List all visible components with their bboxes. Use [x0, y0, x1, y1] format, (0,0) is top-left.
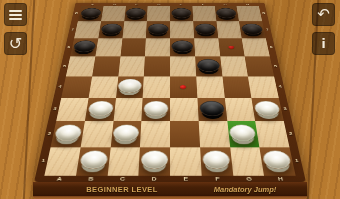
- square-H5[interactable]: [245, 56, 274, 76]
- board-front-face: BEGINNER LEVEL Mandatory Jump!: [33, 182, 307, 199]
- square-D4[interactable]: [143, 76, 170, 98]
- undo-button[interactable]: ↶: [312, 3, 335, 26]
- square-C8[interactable]: [124, 6, 148, 22]
- square-H6[interactable]: [242, 38, 270, 56]
- square-F1[interactable]: [200, 147, 233, 176]
- square-D2[interactable]: [140, 121, 170, 147]
- square-B1[interactable]: [76, 147, 111, 176]
- square-C7[interactable]: [122, 21, 147, 38]
- white-piece-H1[interactable]: [262, 151, 292, 169]
- square-C4[interactable]: [116, 76, 144, 98]
- square-E2[interactable]: [170, 121, 200, 147]
- square-A1[interactable]: [44, 147, 80, 176]
- square-B8[interactable]: [101, 6, 126, 22]
- square-D1[interactable]: [139, 147, 170, 176]
- square-E4[interactable]: [170, 76, 197, 98]
- square-A5[interactable]: [66, 56, 95, 76]
- square-F3[interactable]: [197, 98, 227, 122]
- square-G4[interactable]: [222, 76, 252, 98]
- white-piece-F1[interactable]: [202, 151, 230, 169]
- square-D7[interactable]: [146, 21, 170, 38]
- square-E8[interactable]: [170, 6, 193, 22]
- square-H1[interactable]: [260, 147, 296, 176]
- black-piece-A6[interactable]: [73, 41, 97, 53]
- square-D6[interactable]: [145, 38, 170, 56]
- square-C3[interactable]: [113, 98, 143, 122]
- square-G2[interactable]: [227, 121, 260, 147]
- white-piece-B3[interactable]: [87, 101, 114, 116]
- white-piece-A2[interactable]: [54, 125, 83, 142]
- white-piece-D3[interactable]: [143, 101, 168, 116]
- restart-button[interactable]: ↺: [4, 32, 27, 55]
- square-E5[interactable]: [170, 56, 196, 76]
- menu-button[interactable]: [4, 3, 27, 26]
- square-G6[interactable]: [218, 38, 245, 56]
- square-F7[interactable]: [193, 21, 218, 38]
- white-piece-D1[interactable]: [141, 151, 168, 169]
- square-G8[interactable]: [214, 6, 239, 22]
- move-marker-G6: [228, 46, 234, 49]
- square-B7[interactable]: [98, 21, 124, 38]
- black-piece-F5[interactable]: [197, 59, 220, 72]
- white-piece-G2[interactable]: [229, 125, 257, 142]
- square-E7[interactable]: [170, 21, 194, 38]
- square-G3[interactable]: [224, 98, 255, 122]
- black-piece-E8[interactable]: [171, 8, 191, 18]
- square-E6[interactable]: [170, 38, 195, 56]
- board-frame: ABCDEFGH ABCDEFGH 87654321 87654321: [34, 3, 306, 182]
- square-D3[interactable]: [142, 98, 170, 122]
- black-piece-F7[interactable]: [195, 24, 217, 35]
- square-A3[interactable]: [56, 98, 88, 122]
- square-F4[interactable]: [196, 76, 224, 98]
- black-piece-B7[interactable]: [100, 24, 122, 35]
- square-A4[interactable]: [61, 76, 92, 98]
- square-F8[interactable]: [192, 6, 216, 22]
- restart-icon: ↺: [9, 36, 22, 52]
- info-icon: i: [321, 38, 325, 50]
- hamburger-icon: [9, 10, 22, 12]
- square-F5[interactable]: [195, 56, 222, 76]
- square-A2[interactable]: [51, 121, 85, 147]
- undo-icon: ↶: [317, 7, 330, 22]
- square-E3[interactable]: [170, 98, 198, 122]
- square-E1[interactable]: [170, 147, 201, 176]
- board-grid: [44, 6, 295, 176]
- wood-plank-seam: [306, 0, 320, 199]
- square-G7[interactable]: [216, 21, 242, 38]
- square-B5[interactable]: [92, 56, 120, 76]
- square-C6[interactable]: [120, 38, 146, 56]
- square-H8[interactable]: [237, 6, 263, 22]
- white-piece-C4[interactable]: [118, 79, 143, 93]
- move-marker-E4: [180, 85, 186, 88]
- black-piece-H7[interactable]: [241, 24, 264, 35]
- black-piece-G8[interactable]: [216, 8, 237, 18]
- square-G5[interactable]: [220, 56, 248, 76]
- white-piece-H3[interactable]: [254, 101, 281, 116]
- black-piece-D7[interactable]: [148, 24, 169, 35]
- square-D8[interactable]: [147, 6, 170, 22]
- square-D5[interactable]: [144, 56, 170, 76]
- square-C2[interactable]: [110, 121, 141, 147]
- black-piece-A8[interactable]: [80, 8, 102, 18]
- square-H2[interactable]: [255, 121, 289, 147]
- square-H4[interactable]: [248, 76, 279, 98]
- square-B6[interactable]: [95, 38, 122, 56]
- square-F2[interactable]: [198, 121, 229, 147]
- square-C5[interactable]: [118, 56, 145, 76]
- square-F6[interactable]: [194, 38, 220, 56]
- square-B3[interactable]: [85, 98, 116, 122]
- square-B4[interactable]: [88, 76, 118, 98]
- black-piece-F3[interactable]: [199, 101, 225, 116]
- square-A6[interactable]: [70, 38, 98, 56]
- wood-plank-seam: [22, 0, 36, 199]
- square-A8[interactable]: [78, 6, 104, 22]
- square-A7[interactable]: [74, 21, 101, 38]
- white-piece-C2[interactable]: [113, 125, 140, 142]
- square-H3[interactable]: [252, 98, 284, 122]
- info-button[interactable]: i: [312, 32, 335, 55]
- level-label: BEGINNER LEVEL: [86, 186, 157, 194]
- square-B2[interactable]: [80, 121, 113, 147]
- square-H7[interactable]: [239, 21, 266, 38]
- checkers-app: ABCDEFGH ABCDEFGH 87654321 87654321 BEGI…: [0, 0, 340, 199]
- square-C1[interactable]: [107, 147, 140, 176]
- black-piece-E6[interactable]: [171, 41, 193, 53]
- mandatory-jump-message: Mandatory Jump!: [214, 186, 277, 194]
- white-piece-B1[interactable]: [79, 151, 108, 169]
- black-piece-C8[interactable]: [126, 8, 147, 18]
- square-G1[interactable]: [230, 147, 265, 176]
